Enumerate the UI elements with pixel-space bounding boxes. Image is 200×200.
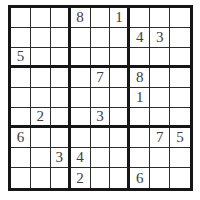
cell-r2c1[interactable] (11, 28, 31, 48)
cell-r1c8[interactable] (150, 8, 170, 28)
cell-r5c3[interactable] (51, 88, 71, 108)
cell-r5c9[interactable] (170, 88, 190, 108)
given-cell-r1c4[interactable]: 8 (71, 8, 91, 28)
cell-r5c5[interactable] (91, 88, 111, 108)
cell-r1c5[interactable] (91, 8, 111, 28)
cell-r7c2[interactable] (31, 128, 51, 148)
cell-r8c6[interactable] (110, 148, 130, 168)
cell-r5c2[interactable] (31, 88, 51, 108)
cell-r4c2[interactable] (31, 68, 51, 88)
cell-r9c9[interactable] (170, 168, 190, 188)
given-cell-r7c8[interactable]: 7 (150, 128, 170, 148)
cell-r4c1[interactable] (11, 68, 31, 88)
given-cell-r7c9[interactable]: 5 (170, 128, 190, 148)
cell-r4c6[interactable] (110, 68, 130, 88)
cell-r7c6[interactable] (110, 128, 130, 148)
cell-r3c5[interactable] (91, 48, 111, 68)
cell-r6c8[interactable] (150, 108, 170, 128)
given-cell-r9c4[interactable]: 2 (71, 168, 91, 188)
cell-r9c1[interactable] (11, 168, 31, 188)
cell-r7c4[interactable] (71, 128, 91, 148)
cell-r8c9[interactable] (170, 148, 190, 168)
cell-r6c6[interactable] (110, 108, 130, 128)
cell-r1c9[interactable] (170, 8, 190, 28)
cell-r4c9[interactable] (170, 68, 190, 88)
cell-r3c4[interactable] (71, 48, 91, 68)
given-cell-r7c1[interactable]: 6 (11, 128, 31, 148)
cell-r9c3[interactable] (51, 168, 71, 188)
cell-r6c1[interactable] (11, 108, 31, 128)
given-cell-r3c1[interactable]: 5 (11, 48, 31, 68)
cell-r9c5[interactable] (91, 168, 111, 188)
cell-r7c7[interactable] (130, 128, 150, 148)
cell-r8c7[interactable] (130, 148, 150, 168)
cell-r8c8[interactable] (150, 148, 170, 168)
given-cell-r1c6[interactable]: 1 (110, 8, 130, 28)
cell-r2c2[interactable] (31, 28, 51, 48)
cell-r1c7[interactable] (130, 8, 150, 28)
cell-r5c6[interactable] (110, 88, 130, 108)
cell-r4c4[interactable] (71, 68, 91, 88)
cell-r8c2[interactable] (31, 148, 51, 168)
given-cell-r8c3[interactable]: 3 (51, 148, 71, 168)
cell-r3c6[interactable] (110, 48, 130, 68)
cell-r1c2[interactable] (31, 8, 51, 28)
given-cell-r9c7[interactable]: 6 (130, 168, 150, 188)
cell-r3c7[interactable] (130, 48, 150, 68)
cell-r3c3[interactable] (51, 48, 71, 68)
cell-r6c9[interactable] (170, 108, 190, 128)
cell-r8c5[interactable] (91, 148, 111, 168)
cell-r6c4[interactable] (71, 108, 91, 128)
cell-r5c1[interactable] (11, 88, 31, 108)
given-cell-r2c8[interactable]: 3 (150, 28, 170, 48)
cell-r6c3[interactable] (51, 108, 71, 128)
cell-r2c6[interactable] (110, 28, 130, 48)
cell-r1c1[interactable] (11, 8, 31, 28)
given-cell-r4c5[interactable]: 7 (91, 68, 111, 88)
cell-r2c5[interactable] (91, 28, 111, 48)
cell-r9c2[interactable] (31, 168, 51, 188)
cell-r3c8[interactable] (150, 48, 170, 68)
cell-r6c7[interactable] (130, 108, 150, 128)
cell-r2c9[interactable] (170, 28, 190, 48)
cell-r4c3[interactable] (51, 68, 71, 88)
given-cell-r5c7[interactable]: 1 (130, 88, 150, 108)
given-cell-r2c7[interactable]: 4 (130, 28, 150, 48)
cell-r3c2[interactable] (31, 48, 51, 68)
cell-r9c6[interactable] (110, 168, 130, 188)
given-cell-r6c2[interactable]: 2 (31, 108, 51, 128)
cell-r5c4[interactable] (71, 88, 91, 108)
cell-r9c8[interactable] (150, 168, 170, 188)
cell-r3c9[interactable] (170, 48, 190, 68)
given-cell-r8c4[interactable]: 4 (71, 148, 91, 168)
cell-r7c5[interactable] (91, 128, 111, 148)
cell-r8c1[interactable] (11, 148, 31, 168)
cell-r2c3[interactable] (51, 28, 71, 48)
cell-r4c8[interactable] (150, 68, 170, 88)
cell-r1c3[interactable] (51, 8, 71, 28)
given-cell-r6c5[interactable]: 3 (91, 108, 111, 128)
cell-r5c8[interactable] (150, 88, 170, 108)
cell-r7c3[interactable] (51, 128, 71, 148)
sudoku-board: 81435781236753426 (8, 5, 193, 191)
given-cell-r4c7[interactable]: 8 (130, 68, 150, 88)
cell-r2c4[interactable] (71, 28, 91, 48)
